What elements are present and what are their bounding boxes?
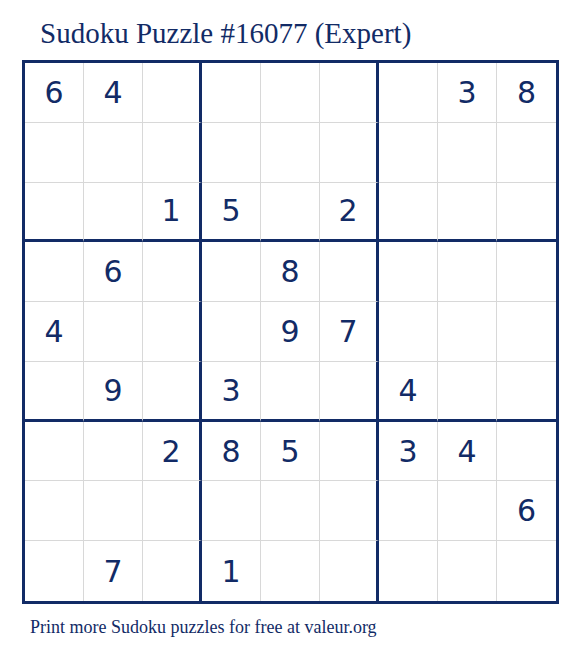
cell-r3c2	[84, 183, 143, 243]
cell-r4c3	[143, 242, 202, 302]
cell-r4c2: 6	[84, 242, 143, 302]
cell-r6c5	[261, 362, 320, 422]
cell-r4c7	[379, 242, 438, 302]
cell-r4c5: 8	[261, 242, 320, 302]
cell-r8c2	[84, 481, 143, 541]
cell-r7c6	[320, 422, 379, 482]
page-title: Sudoku Puzzle #16077 (Expert)	[40, 16, 411, 50]
cell-r6c3	[143, 362, 202, 422]
cell-r5c9	[497, 302, 556, 362]
cell-r8c4	[202, 481, 261, 541]
cell-r1c9: 8	[497, 63, 556, 123]
cell-r7c8: 4	[438, 422, 497, 482]
cell-r8c5	[261, 481, 320, 541]
cell-r6c9	[497, 362, 556, 422]
cell-r1c1: 6	[25, 63, 84, 123]
cell-r2c6	[320, 123, 379, 183]
cell-r3c8	[438, 183, 497, 243]
cell-r3c9	[497, 183, 556, 243]
cell-r5c6: 7	[320, 302, 379, 362]
cell-r6c4: 3	[202, 362, 261, 422]
sudoku-board: 64381526849793428534671	[22, 60, 559, 604]
cell-r7c7: 3	[379, 422, 438, 482]
cell-r5c1: 4	[25, 302, 84, 362]
cell-r3c7	[379, 183, 438, 243]
cell-r1c6	[320, 63, 379, 123]
cell-r6c7: 4	[379, 362, 438, 422]
cell-r6c8	[438, 362, 497, 422]
cell-r9c7	[379, 541, 438, 601]
cell-r7c9	[497, 422, 556, 482]
cell-r3c6: 2	[320, 183, 379, 243]
cell-r1c3	[143, 63, 202, 123]
cell-r6c2: 9	[84, 362, 143, 422]
cell-r3c5	[261, 183, 320, 243]
cell-r9c5	[261, 541, 320, 601]
cell-r7c5: 5	[261, 422, 320, 482]
cell-r9c4: 1	[202, 541, 261, 601]
cell-r1c2: 4	[84, 63, 143, 123]
cell-r8c7	[379, 481, 438, 541]
cell-r2c4	[202, 123, 261, 183]
cell-r9c9	[497, 541, 556, 601]
cell-r5c7	[379, 302, 438, 362]
cell-r2c8	[438, 123, 497, 183]
cell-r7c2	[84, 422, 143, 482]
cell-r5c4	[202, 302, 261, 362]
cell-r5c5: 9	[261, 302, 320, 362]
cell-r5c8	[438, 302, 497, 362]
cell-r3c3: 1	[143, 183, 202, 243]
cell-r6c6	[320, 362, 379, 422]
cell-r4c6	[320, 242, 379, 302]
cell-r3c1	[25, 183, 84, 243]
cell-r9c1	[25, 541, 84, 601]
cell-r8c6	[320, 481, 379, 541]
cell-r2c1	[25, 123, 84, 183]
cell-r4c1	[25, 242, 84, 302]
footer-text: Print more Sudoku puzzles for free at va…	[30, 617, 377, 638]
cell-r4c9	[497, 242, 556, 302]
cell-r1c5	[261, 63, 320, 123]
cell-r2c5	[261, 123, 320, 183]
cell-r2c9	[497, 123, 556, 183]
cell-r7c4: 8	[202, 422, 261, 482]
cell-r4c8	[438, 242, 497, 302]
cell-r8c8	[438, 481, 497, 541]
cell-r5c3	[143, 302, 202, 362]
cell-r3c4: 5	[202, 183, 261, 243]
cell-r9c8	[438, 541, 497, 601]
cell-r1c4	[202, 63, 261, 123]
cell-r5c2	[84, 302, 143, 362]
cell-r8c3	[143, 481, 202, 541]
cell-r9c6	[320, 541, 379, 601]
cell-r7c1	[25, 422, 84, 482]
cell-r8c1	[25, 481, 84, 541]
cell-r6c1	[25, 362, 84, 422]
cell-r8c9: 6	[497, 481, 556, 541]
cell-r1c7	[379, 63, 438, 123]
cell-r2c2	[84, 123, 143, 183]
cell-r2c3	[143, 123, 202, 183]
cell-r1c8: 3	[438, 63, 497, 123]
cell-r7c3: 2	[143, 422, 202, 482]
cell-r9c2: 7	[84, 541, 143, 601]
cell-r4c4	[202, 242, 261, 302]
cell-r2c7	[379, 123, 438, 183]
cell-r9c3	[143, 541, 202, 601]
